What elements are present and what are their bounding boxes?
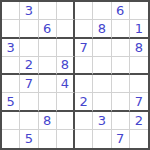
cell-r6c4[interactable]: [57, 93, 75, 111]
cell-r5c6[interactable]: [93, 75, 111, 93]
cell-r5c3[interactable]: [39, 75, 57, 93]
cell-r8c6[interactable]: [93, 130, 111, 148]
cell-r7c2[interactable]: [20, 112, 38, 130]
cell-r2c1[interactable]: [2, 20, 20, 38]
cell-r6c7[interactable]: [112, 93, 130, 111]
cell-r5c8[interactable]: [130, 75, 148, 93]
cell-r7c3[interactable]: 8: [39, 112, 57, 130]
cell-r4c4[interactable]: 8: [57, 57, 75, 75]
sudoku-board: 36681378287452783257: [0, 0, 150, 150]
cell-r5c7[interactable]: [112, 75, 130, 93]
cell-r4c7[interactable]: [112, 57, 130, 75]
cell-r3c8[interactable]: 8: [130, 39, 148, 57]
cell-r1c5[interactable]: [75, 2, 93, 20]
cell-r7c7[interactable]: [112, 112, 130, 130]
cell-r2c4[interactable]: [57, 20, 75, 38]
cell-r3c1[interactable]: 3: [2, 39, 20, 57]
cell-r3c5[interactable]: 7: [75, 39, 93, 57]
cell-r2c6[interactable]: 8: [93, 20, 111, 38]
cell-r6c2[interactable]: [20, 93, 38, 111]
cell-r5c4[interactable]: 4: [57, 75, 75, 93]
cell-r2c7[interactable]: [112, 20, 130, 38]
cell-r8c8[interactable]: [130, 130, 148, 148]
cell-r5c1[interactable]: [2, 75, 20, 93]
cell-r4c2[interactable]: 2: [20, 57, 38, 75]
cell-r7c5[interactable]: [75, 112, 93, 130]
cell-r1c6[interactable]: [93, 2, 111, 20]
cell-r8c4[interactable]: [57, 130, 75, 148]
cell-r6c5[interactable]: 2: [75, 93, 93, 111]
cell-r3c7[interactable]: [112, 39, 130, 57]
cell-r1c1[interactable]: [2, 2, 20, 20]
cell-r7c8[interactable]: 2: [130, 112, 148, 130]
cell-r8c2[interactable]: 5: [20, 130, 38, 148]
cell-r4c5[interactable]: [75, 57, 93, 75]
cell-r2c2[interactable]: [20, 20, 38, 38]
cell-r2c5[interactable]: [75, 20, 93, 38]
cell-r1c7[interactable]: 6: [112, 2, 130, 20]
cell-r8c1[interactable]: [2, 130, 20, 148]
cell-r1c8[interactable]: [130, 2, 148, 20]
cell-r2c3[interactable]: 6: [39, 20, 57, 38]
cell-r5c2[interactable]: 7: [20, 75, 38, 93]
cell-r7c4[interactable]: [57, 112, 75, 130]
cell-r3c4[interactable]: [57, 39, 75, 57]
cell-r6c6[interactable]: [93, 93, 111, 111]
cell-r1c3[interactable]: [39, 2, 57, 20]
cell-r8c7[interactable]: 7: [112, 130, 130, 148]
cell-r7c6[interactable]: 3: [93, 112, 111, 130]
cell-r6c3[interactable]: [39, 93, 57, 111]
cell-r7c1[interactable]: [2, 112, 20, 130]
cell-r8c5[interactable]: [75, 130, 93, 148]
cell-r6c1[interactable]: 5: [2, 93, 20, 111]
cell-r3c3[interactable]: [39, 39, 57, 57]
cell-r4c3[interactable]: [39, 57, 57, 75]
cell-r4c1[interactable]: [2, 57, 20, 75]
cell-r3c6[interactable]: [93, 39, 111, 57]
cell-r4c6[interactable]: [93, 57, 111, 75]
cell-r6c8[interactable]: 7: [130, 93, 148, 111]
cell-r1c2[interactable]: 3: [20, 2, 38, 20]
cell-r1c4[interactable]: [57, 2, 75, 20]
cell-r8c3[interactable]: [39, 130, 57, 148]
cell-r2c8[interactable]: 1: [130, 20, 148, 38]
cell-r5c5[interactable]: [75, 75, 93, 93]
cell-r3c2[interactable]: [20, 39, 38, 57]
cell-r4c8[interactable]: [130, 57, 148, 75]
